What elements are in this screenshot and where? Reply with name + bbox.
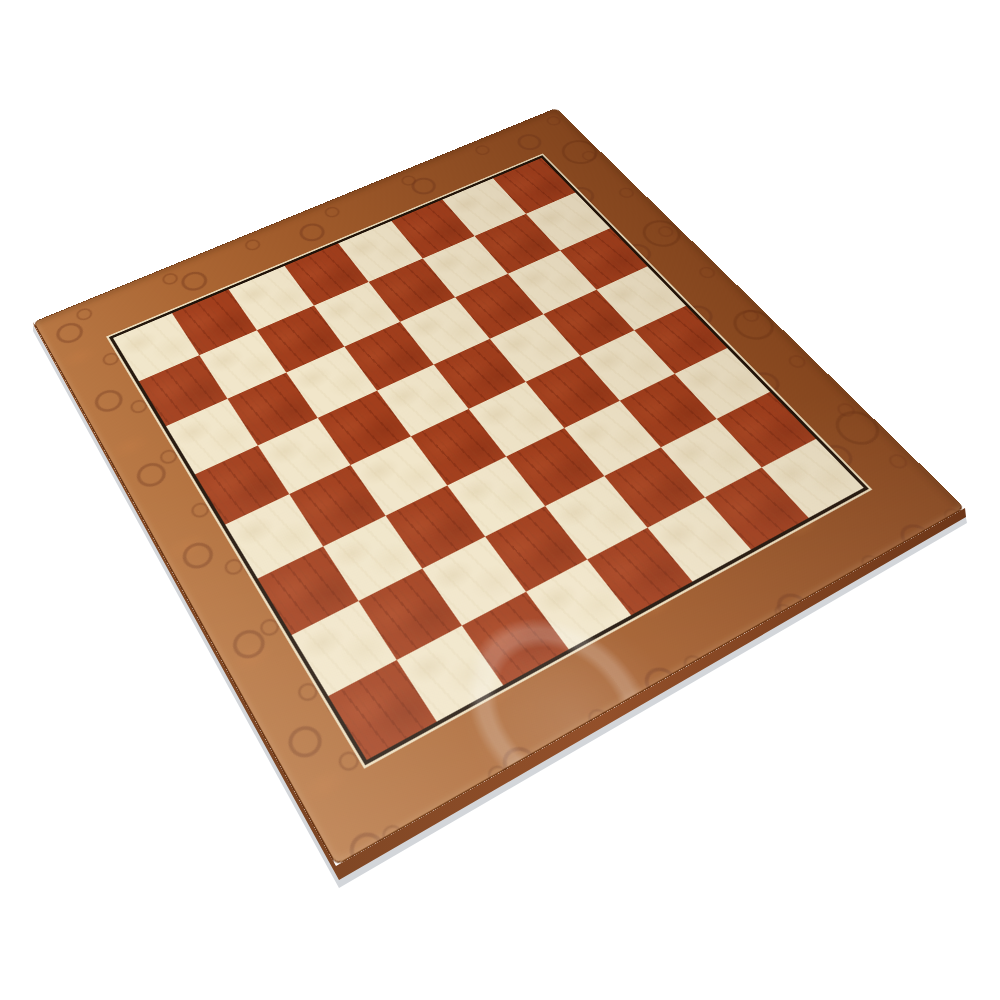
- chess-board: [33, 108, 965, 866]
- product-photo: [0, 0, 1000, 1000]
- board-inlay-border: [106, 153, 872, 768]
